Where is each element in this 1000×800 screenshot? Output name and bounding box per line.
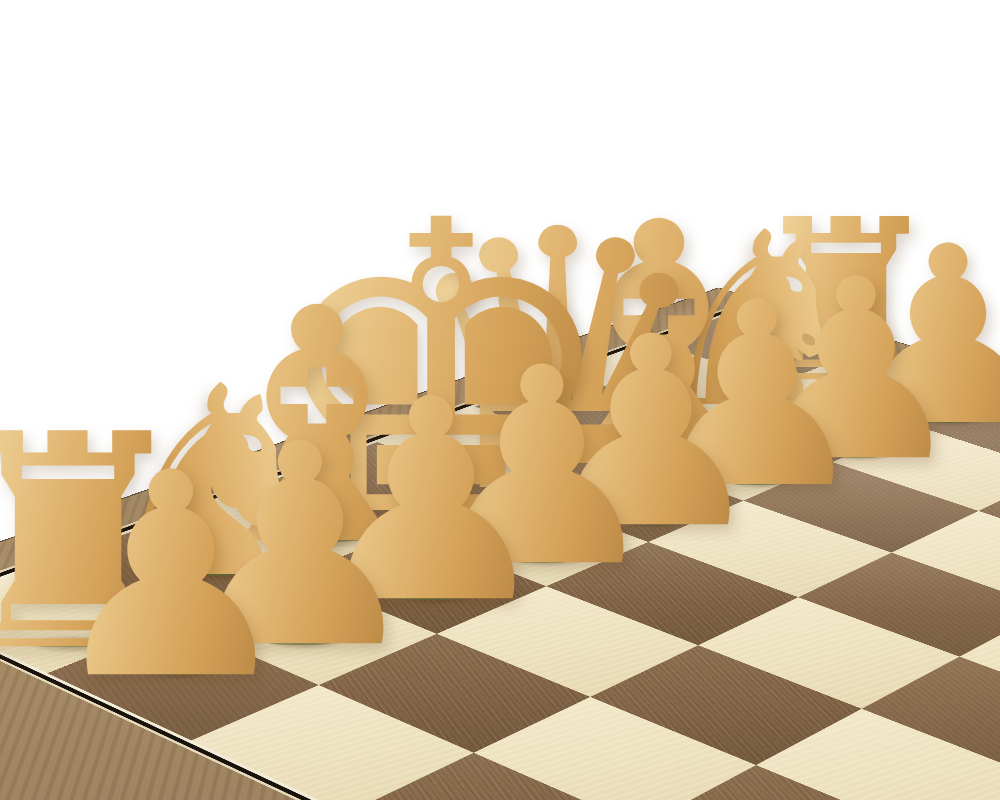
chess-board: [0, 312, 1000, 800]
chess-set-photo: ♜♞♟♝♟♟♛♚♟♝♟♞♟♟♜♟: [0, 0, 1000, 800]
